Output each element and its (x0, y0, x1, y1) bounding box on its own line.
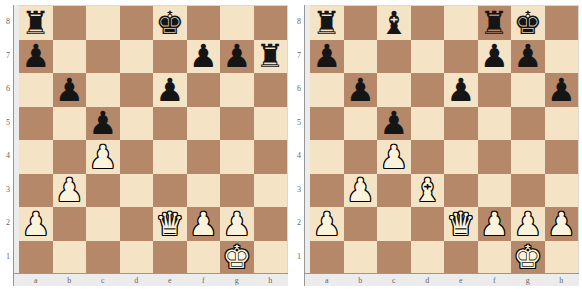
rank-label-1: 1 (0, 240, 13, 274)
square-e1 (444, 241, 478, 275)
square-e3 (444, 174, 478, 208)
square-h6: ♟ (545, 73, 579, 107)
square-e7 (153, 40, 187, 74)
square-g6 (220, 73, 254, 107)
board-grid: ♜♝♜♚♟♟♟♟♟♟♟♟♟♝♟♛♟♟♟♚ (310, 5, 579, 273)
black-pawn: ♟ (189, 40, 218, 72)
square-d8 (120, 6, 154, 40)
square-e4 (444, 140, 478, 174)
black-pawn: ♟ (55, 74, 84, 106)
file-labels: abcdefgh (13, 273, 288, 286)
white-pawn: ♟ (189, 208, 218, 240)
file-label-d: d (411, 276, 445, 285)
square-e6: ♟ (444, 73, 478, 107)
black-king: ♚ (155, 7, 184, 39)
square-a2: ♟ (19, 207, 53, 241)
square-c3 (377, 174, 411, 208)
rank-label-3: 3 (0, 173, 13, 207)
square-e1 (153, 241, 187, 275)
rank-label-3: 3 (291, 173, 304, 207)
square-d2 (411, 207, 445, 241)
chess-diagram-1: 87654321 ♜♚♟♟♟♜♟♟♟♟♟♟♛♟♟♚ abcdefgh (0, 5, 288, 286)
rank-label-8: 8 (0, 5, 13, 39)
square-h7: ♜ (254, 40, 288, 74)
square-h4 (254, 140, 288, 174)
square-f2: ♟ (478, 207, 512, 241)
square-d4 (411, 140, 445, 174)
square-d7 (411, 40, 445, 74)
page: 87654321 ♜♚♟♟♟♜♟♟♟♟♟♟♛♟♟♚ abcdefgh 87654… (0, 0, 582, 286)
rank-label-8: 8 (291, 5, 304, 39)
square-g7: ♟ (511, 40, 545, 74)
square-c3 (86, 174, 120, 208)
square-e5 (444, 107, 478, 141)
square-b7 (344, 40, 378, 74)
white-pawn: ♟ (379, 141, 408, 173)
square-g5 (220, 107, 254, 141)
square-h2: ♟ (545, 207, 579, 241)
square-b1 (344, 241, 378, 275)
file-label-g: g (511, 276, 545, 285)
file-label-g: g (220, 276, 254, 285)
square-b7 (53, 40, 87, 74)
square-e7 (444, 40, 478, 74)
square-f6 (187, 73, 221, 107)
square-h1 (254, 241, 288, 275)
rank-label-2: 2 (291, 206, 304, 240)
square-c5: ♟ (377, 107, 411, 141)
rank-label-5: 5 (291, 106, 304, 140)
square-c2 (86, 207, 120, 241)
square-f4 (478, 140, 512, 174)
square-f4 (187, 140, 221, 174)
square-b2 (344, 207, 378, 241)
square-g8: ♚ (511, 6, 545, 40)
square-a8: ♜ (310, 6, 344, 40)
black-pawn: ♟ (346, 74, 375, 106)
square-c5: ♟ (86, 107, 120, 141)
square-d2 (120, 207, 154, 241)
black-pawn: ♟ (312, 40, 341, 72)
black-pawn: ♟ (155, 74, 184, 106)
file-label-h: h (254, 276, 288, 285)
black-rook: ♜ (21, 7, 50, 39)
white-king: ♚ (222, 241, 251, 273)
square-h4 (545, 140, 579, 174)
square-a5 (19, 107, 53, 141)
file-label-a: a (19, 276, 53, 285)
square-f6 (478, 73, 512, 107)
white-king: ♚ (513, 241, 542, 273)
square-g5 (511, 107, 545, 141)
square-g2: ♟ (220, 207, 254, 241)
square-b6: ♟ (344, 73, 378, 107)
square-b3: ♟ (53, 174, 87, 208)
square-b3: ♟ (344, 174, 378, 208)
square-e5 (153, 107, 187, 141)
square-a3 (310, 174, 344, 208)
square-f3 (187, 174, 221, 208)
file-label-e: e (444, 276, 478, 285)
square-a1 (19, 241, 53, 275)
black-pawn: ♟ (21, 40, 50, 72)
white-pawn: ♟ (312, 208, 341, 240)
square-c7 (86, 40, 120, 74)
white-pawn: ♟ (513, 208, 542, 240)
rank-labels: 87654321 (0, 5, 13, 273)
file-label-e: e (153, 276, 187, 285)
square-g4 (511, 140, 545, 174)
white-pawn: ♟ (88, 141, 117, 173)
square-c1 (86, 241, 120, 275)
black-pawn: ♟ (88, 107, 117, 139)
black-king: ♚ (513, 7, 542, 39)
square-e4 (153, 140, 187, 174)
black-rook: ♜ (480, 7, 509, 39)
square-g1: ♚ (220, 241, 254, 275)
white-pawn: ♟ (346, 174, 375, 206)
square-c6 (86, 73, 120, 107)
black-bishop: ♝ (379, 7, 408, 39)
square-b5 (344, 107, 378, 141)
square-d7 (120, 40, 154, 74)
square-d1 (120, 241, 154, 275)
square-a5 (310, 107, 344, 141)
black-pawn: ♟ (379, 107, 408, 139)
square-c7 (377, 40, 411, 74)
square-h1 (545, 241, 579, 275)
square-f1 (478, 241, 512, 275)
board-grid: ♜♚♟♟♟♜♟♟♟♟♟♟♛♟♟♚ (19, 5, 288, 273)
square-a1 (310, 241, 344, 275)
file-labels: abcdefgh (304, 273, 579, 286)
square-g3 (220, 174, 254, 208)
square-g2: ♟ (511, 207, 545, 241)
white-pawn: ♟ (21, 208, 50, 240)
rank-label-6: 6 (0, 72, 13, 106)
file-label-b: b (53, 276, 87, 285)
black-pawn: ♟ (480, 40, 509, 72)
square-d3: ♝ (411, 174, 445, 208)
file-label-h: h (545, 276, 579, 285)
square-d5 (411, 107, 445, 141)
square-d3 (120, 174, 154, 208)
file-label-b: b (344, 276, 378, 285)
square-h2 (254, 207, 288, 241)
square-g3 (511, 174, 545, 208)
square-f5 (187, 107, 221, 141)
white-pawn: ♟ (547, 208, 576, 240)
square-c4: ♟ (86, 140, 120, 174)
chess-diagram-2: 87654321 ♜♝♜♚♟♟♟♟♟♟♟♟♟♝♟♛♟♟♟♚ abcdefgh (291, 5, 579, 286)
black-rook: ♜ (256, 40, 285, 72)
square-f2: ♟ (187, 207, 221, 241)
square-c2 (377, 207, 411, 241)
square-e8: ♚ (153, 6, 187, 40)
square-f3 (478, 174, 512, 208)
square-b8 (344, 6, 378, 40)
square-b2 (53, 207, 87, 241)
square-f7: ♟ (187, 40, 221, 74)
rank-label-5: 5 (0, 106, 13, 140)
square-b8 (53, 6, 87, 40)
square-g7: ♟ (220, 40, 254, 74)
square-h8 (254, 6, 288, 40)
square-g6 (511, 73, 545, 107)
square-d8 (411, 6, 445, 40)
square-h3 (545, 174, 579, 208)
square-b4 (53, 140, 87, 174)
black-pawn: ♟ (513, 40, 542, 72)
square-h3 (254, 174, 288, 208)
square-a7: ♟ (19, 40, 53, 74)
square-a4 (19, 140, 53, 174)
square-f7: ♟ (478, 40, 512, 74)
square-e2: ♛ (444, 207, 478, 241)
black-pawn: ♟ (222, 40, 251, 72)
square-a7: ♟ (310, 40, 344, 74)
file-label-a: a (310, 276, 344, 285)
rank-label-6: 6 (291, 72, 304, 106)
rank-label-1: 1 (291, 240, 304, 274)
square-h6 (254, 73, 288, 107)
square-e3 (153, 174, 187, 208)
square-b6: ♟ (53, 73, 87, 107)
black-rook: ♜ (312, 7, 341, 39)
white-queen: ♛ (446, 208, 475, 240)
square-a6 (310, 73, 344, 107)
file-label-d: d (120, 276, 154, 285)
rank-label-2: 2 (0, 206, 13, 240)
white-queen: ♛ (155, 208, 184, 240)
square-c8 (86, 6, 120, 40)
square-b5 (53, 107, 87, 141)
square-b4 (344, 140, 378, 174)
square-h5 (545, 107, 579, 141)
black-pawn: ♟ (446, 74, 475, 106)
square-g1: ♚ (511, 241, 545, 275)
square-f5 (478, 107, 512, 141)
square-a4 (310, 140, 344, 174)
white-pawn: ♟ (55, 174, 84, 206)
square-f8: ♜ (478, 6, 512, 40)
square-d1 (411, 241, 445, 275)
square-a6 (19, 73, 53, 107)
rank-label-7: 7 (0, 39, 13, 73)
square-g8 (220, 6, 254, 40)
square-e6: ♟ (153, 73, 187, 107)
rank-label-7: 7 (291, 39, 304, 73)
square-d6 (120, 73, 154, 107)
square-g4 (220, 140, 254, 174)
black-pawn: ♟ (547, 74, 576, 106)
rank-labels: 87654321 (291, 5, 304, 273)
square-e2: ♛ (153, 207, 187, 241)
square-h7 (545, 40, 579, 74)
square-a2: ♟ (310, 207, 344, 241)
square-h5 (254, 107, 288, 141)
square-d5 (120, 107, 154, 141)
square-a8: ♜ (19, 6, 53, 40)
rank-label-4: 4 (291, 139, 304, 173)
white-bishop: ♝ (413, 174, 442, 206)
file-label-f: f (187, 276, 221, 285)
white-pawn: ♟ (222, 208, 251, 240)
file-label-c: c (377, 276, 411, 285)
square-f8 (187, 6, 221, 40)
square-c1 (377, 241, 411, 275)
square-d4 (120, 140, 154, 174)
square-c6 (377, 73, 411, 107)
square-h8 (545, 6, 579, 40)
square-a3 (19, 174, 53, 208)
square-e8 (444, 6, 478, 40)
file-label-f: f (478, 276, 512, 285)
white-pawn: ♟ (480, 208, 509, 240)
file-label-c: c (86, 276, 120, 285)
square-d6 (411, 73, 445, 107)
square-c4: ♟ (377, 140, 411, 174)
square-c8: ♝ (377, 6, 411, 40)
rank-label-4: 4 (0, 139, 13, 173)
square-f1 (187, 241, 221, 275)
square-b1 (53, 241, 87, 275)
